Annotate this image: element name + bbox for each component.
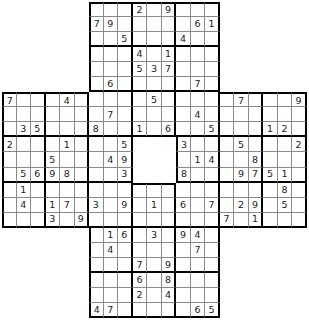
cell-r18-c6[interactable] <box>89 273 104 288</box>
cell-r9-c4-given-1[interactable]: 1 <box>60 137 75 152</box>
cell-r5-c14[interactable] <box>205 77 220 92</box>
cell-r14-c3-given-3[interactable]: 3 <box>46 213 61 228</box>
cell-r19-c9-given-2[interactable]: 2 <box>133 288 148 303</box>
cell-r20-c8[interactable] <box>118 303 133 318</box>
cell-r1-c7-given-9[interactable]: 9 <box>104 17 119 32</box>
cell-r0-c8[interactable] <box>118 2 133 17</box>
cell-r13-c14-given-7[interactable]: 7 <box>205 198 220 213</box>
cell-r6-c7[interactable] <box>104 92 119 107</box>
cell-r1-c8[interactable] <box>118 17 133 32</box>
cell-r12-c19-given-8[interactable]: 8 <box>278 183 293 198</box>
cell-r12-c8[interactable] <box>118 183 133 198</box>
cell-r11-c14[interactable] <box>205 168 220 183</box>
cell-r7-c17[interactable] <box>249 107 264 122</box>
cell-r9-c16-given-5[interactable]: 5 <box>234 137 249 152</box>
cell-r5-c8[interactable] <box>118 77 133 92</box>
cell-r10-c5[interactable] <box>75 152 90 167</box>
cell-r10-c20[interactable] <box>292 152 307 167</box>
cell-r11-c7[interactable] <box>104 168 119 183</box>
cell-r6-c12[interactable] <box>176 92 191 107</box>
center-hole-cell <box>133 137 148 152</box>
cell-r6-c8[interactable] <box>118 92 133 107</box>
cell-r0-c10[interactable] <box>147 2 162 17</box>
cell-r8-c19-given-2[interactable]: 2 <box>278 122 293 137</box>
cell-r6-c11[interactable] <box>162 92 177 107</box>
cell-r0-c9-given-2[interactable]: 2 <box>133 2 148 17</box>
cell-r8-c17[interactable] <box>249 122 264 137</box>
cell-r8-c4[interactable] <box>60 122 75 137</box>
cell-r12-c10[interactable] <box>147 183 162 198</box>
cell-r9-c19[interactable] <box>278 137 293 152</box>
cell-r9-c0-given-2[interactable]: 2 <box>2 137 17 152</box>
cell-r16-c8[interactable] <box>118 243 133 258</box>
cell-r11-c8-given-3[interactable]: 3 <box>118 168 133 183</box>
cell-r1-c9[interactable] <box>133 17 148 32</box>
cell-r4-c6[interactable] <box>89 62 104 77</box>
cell-r14-c10[interactable] <box>147 213 162 228</box>
cell-r2-c12-given-4[interactable]: 4 <box>176 32 191 47</box>
cell-r11-c3-given-9[interactable]: 9 <box>46 168 61 183</box>
cell-r6-c5[interactable] <box>75 92 90 107</box>
cell-r16-c7-given-4[interactable]: 4 <box>104 243 119 258</box>
cell-r17-c6[interactable] <box>89 258 104 273</box>
cell-r15-c12-given-9[interactable]: 9 <box>176 228 191 243</box>
cell-r10-c19[interactable] <box>278 152 293 167</box>
cell-r0-c14[interactable] <box>205 2 220 17</box>
cell-r0-c6[interactable] <box>89 2 104 17</box>
cell-r8-c1-given-3[interactable]: 3 <box>17 122 32 137</box>
cell-r2-c9[interactable] <box>133 32 148 47</box>
cell-r17-c7[interactable] <box>104 258 119 273</box>
cell-r4-c7[interactable] <box>104 62 119 77</box>
cell-r10-c6[interactable] <box>89 152 104 167</box>
cell-r11-c15[interactable] <box>220 168 235 183</box>
cell-r11-c18-given-5[interactable]: 5 <box>263 168 278 183</box>
cell-r10-c1[interactable] <box>17 152 32 167</box>
center-hole-cell <box>147 168 162 183</box>
cell-r12-c20[interactable] <box>292 183 307 198</box>
center-hole-cell <box>162 168 177 183</box>
cell-r6-c14[interactable] <box>205 92 220 107</box>
cell-r18-c10[interactable] <box>147 273 162 288</box>
cell-r20-c13-given-6[interactable]: 6 <box>191 303 206 318</box>
cell-r15-c7-given-1[interactable]: 1 <box>104 228 119 243</box>
cell-r17-c11-given-9[interactable]: 9 <box>162 258 177 273</box>
cell-r2-c6[interactable] <box>89 32 104 47</box>
cell-r9-c13[interactable] <box>191 137 206 152</box>
cell-r8-c10[interactable] <box>147 122 162 137</box>
cell-r8-c11-given-6[interactable]: 6 <box>162 122 177 137</box>
cell-r16-c13-given-7[interactable]: 7 <box>191 243 206 258</box>
cell-r8-c2-given-5[interactable]: 5 <box>31 122 46 137</box>
cell-r12-c13[interactable] <box>191 183 206 198</box>
cell-r9-c3[interactable] <box>46 137 61 152</box>
cell-r3-c10[interactable] <box>147 47 162 62</box>
cell-r11-c6[interactable] <box>89 168 104 183</box>
center-hole-cell <box>133 168 148 183</box>
cell-r18-c14[interactable] <box>205 273 220 288</box>
cell-r13-c7[interactable] <box>104 198 119 213</box>
cell-r12-c5[interactable] <box>75 183 90 198</box>
cell-r6-c17[interactable] <box>249 92 264 107</box>
cell-r14-c8[interactable] <box>118 213 133 228</box>
cell-r4-c11-given-7[interactable]: 7 <box>162 62 177 77</box>
cell-r15-c6[interactable] <box>89 228 104 243</box>
cell-r12-c0[interactable] <box>2 183 17 198</box>
cell-r9-c2[interactable] <box>31 137 46 152</box>
cell-r10-c3-given-5[interactable]: 5 <box>46 152 61 167</box>
cell-r13-c15[interactable] <box>220 198 235 213</box>
cell-r7-c15[interactable] <box>220 107 235 122</box>
cell-r7-c14[interactable] <box>205 107 220 122</box>
cell-r5-c9[interactable] <box>133 77 148 92</box>
cell-r0-c7[interactable] <box>104 2 119 17</box>
cell-r14-c16[interactable] <box>234 213 249 228</box>
cell-r8-c5[interactable] <box>75 122 90 137</box>
cell-r18-c7[interactable] <box>104 273 119 288</box>
cell-r17-c13[interactable] <box>191 258 206 273</box>
cell-r7-c9[interactable] <box>133 107 148 122</box>
cell-r15-c11[interactable] <box>162 228 177 243</box>
cell-r13-c18[interactable] <box>263 198 278 213</box>
cell-r3-c13[interactable] <box>191 47 206 62</box>
cell-r17-c9-given-7[interactable]: 7 <box>133 258 148 273</box>
cell-r18-c9-given-6[interactable]: 6 <box>133 273 148 288</box>
cell-r10-c18[interactable] <box>263 152 278 167</box>
cell-r6-c16-given-7[interactable]: 7 <box>234 92 249 107</box>
cell-r1-c11[interactable] <box>162 17 177 32</box>
cell-r14-c9[interactable] <box>133 213 148 228</box>
cell-r1-c13-given-6[interactable]: 6 <box>191 17 206 32</box>
cell-r6-c9[interactable] <box>133 92 148 107</box>
cell-r18-c13[interactable] <box>191 273 206 288</box>
cell-r12-c7[interactable] <box>104 183 119 198</box>
cell-r12-c15[interactable] <box>220 183 235 198</box>
cell-r3-c7[interactable] <box>104 47 119 62</box>
cell-r18-c11-given-8[interactable]: 8 <box>162 273 177 288</box>
cell-r2-c7[interactable] <box>104 32 119 47</box>
cell-r6-c6[interactable] <box>89 92 104 107</box>
cell-r5-c6[interactable] <box>89 77 104 92</box>
cell-r19-c7[interactable] <box>104 288 119 303</box>
cell-r12-c11[interactable] <box>162 183 177 198</box>
cell-r19-c8[interactable] <box>118 288 133 303</box>
cell-r4-c8[interactable] <box>118 62 133 77</box>
cell-r5-c7-given-6[interactable]: 6 <box>104 77 119 92</box>
cell-r10-c2[interactable] <box>31 152 46 167</box>
cell-r6-c19[interactable] <box>278 92 293 107</box>
cell-r1-c6-given-7[interactable]: 7 <box>89 17 104 32</box>
cell-r11-c12-given-8[interactable]: 8 <box>176 168 191 183</box>
cell-r4-c9-given-5[interactable]: 5 <box>133 62 148 77</box>
cell-r6-c10-given-5[interactable]: 5 <box>147 92 162 107</box>
cell-r6-c20-given-9[interactable]: 9 <box>292 92 307 107</box>
cell-r12-c14[interactable] <box>205 183 220 198</box>
cell-r4-c10-given-3[interactable]: 3 <box>147 62 162 77</box>
cell-r13-c1-given-4[interactable]: 4 <box>17 198 32 213</box>
cell-r14-c0[interactable] <box>2 213 17 228</box>
cell-r6-c3[interactable] <box>46 92 61 107</box>
cell-r16-c10[interactable] <box>147 243 162 258</box>
cell-r5-c13-given-7[interactable]: 7 <box>191 77 206 92</box>
cell-r10-c15[interactable] <box>220 152 235 167</box>
cell-r11-c19-given-1[interactable]: 1 <box>278 168 293 183</box>
cell-r16-c11[interactable] <box>162 243 177 258</box>
center-hole-cell <box>162 152 177 167</box>
cell-r5-c11[interactable] <box>162 77 177 92</box>
cell-r13-c19-given-5[interactable]: 5 <box>278 198 293 213</box>
cell-r6-c2[interactable] <box>31 92 46 107</box>
cell-r5-c12[interactable] <box>176 77 191 92</box>
cell-r1-c10[interactable] <box>147 17 162 32</box>
cell-r9-c1[interactable] <box>17 137 32 152</box>
cell-r7-c16[interactable] <box>234 107 249 122</box>
cell-r15-c10-given-3[interactable]: 3 <box>147 228 162 243</box>
cell-r20-c14-given-5[interactable]: 5 <box>205 303 220 318</box>
cell-r8-c0[interactable] <box>2 122 17 137</box>
cell-r7-c13-given-4[interactable]: 4 <box>191 107 206 122</box>
cell-r4-c14[interactable] <box>205 62 220 77</box>
cell-r9-c6[interactable] <box>89 137 104 152</box>
cell-r7-c11[interactable] <box>162 107 177 122</box>
cell-r8-c3[interactable] <box>46 122 61 137</box>
cell-r9-c14[interactable] <box>205 137 220 152</box>
cell-r4-c12[interactable] <box>176 62 191 77</box>
cell-r9-c8-given-5[interactable]: 5 <box>118 137 133 152</box>
cell-r8-c15[interactable] <box>220 122 235 137</box>
cell-r20-c6-given-4[interactable]: 4 <box>89 303 104 318</box>
cell-r6-c0-given-7[interactable]: 7 <box>2 92 17 107</box>
cell-r8-c18-given-1[interactable]: 1 <box>263 122 278 137</box>
cell-r13-c3-given-1[interactable]: 1 <box>46 198 61 213</box>
cell-r12-c9[interactable] <box>133 183 148 198</box>
cell-r14-c14[interactable] <box>205 213 220 228</box>
cell-r15-c8-given-6[interactable]: 6 <box>118 228 133 243</box>
cell-r17-c10[interactable] <box>147 258 162 273</box>
cell-r14-c4[interactable] <box>60 213 75 228</box>
cell-r6-c13[interactable] <box>191 92 206 107</box>
cell-r11-c2-given-6[interactable]: 6 <box>31 168 46 183</box>
cell-r8-c7[interactable] <box>104 122 119 137</box>
cell-r10-c16[interactable] <box>234 152 249 167</box>
cell-r11-c5[interactable] <box>75 168 90 183</box>
cell-r8-c16[interactable] <box>234 122 249 137</box>
cell-r11-c16-given-9[interactable]: 9 <box>234 168 249 183</box>
cell-r5-c10[interactable] <box>147 77 162 92</box>
cell-r14-c18[interactable] <box>263 213 278 228</box>
cell-r19-c11-given-4[interactable]: 4 <box>162 288 177 303</box>
cell-r16-c14[interactable] <box>205 243 220 258</box>
cell-r3-c9-given-4[interactable]: 4 <box>133 47 148 62</box>
cell-r7-c18[interactable] <box>263 107 278 122</box>
cell-r8-c12[interactable] <box>176 122 191 137</box>
cell-r17-c8[interactable] <box>118 258 133 273</box>
cell-r13-c2[interactable] <box>31 198 46 213</box>
cell-r10-c7-given-4[interactable]: 4 <box>104 152 119 167</box>
cell-r10-c14-given-4[interactable]: 4 <box>205 152 220 167</box>
cell-r14-c19[interactable] <box>278 213 293 228</box>
cell-r11-c17-given-7[interactable]: 7 <box>249 168 264 183</box>
cell-r13-c5[interactable] <box>75 198 90 213</box>
cell-r7-c4[interactable] <box>60 107 75 122</box>
cell-r12-c1-given-1[interactable]: 1 <box>17 183 32 198</box>
cell-r14-c15-given-7[interactable]: 7 <box>220 213 235 228</box>
cell-r14-c5-given-9[interactable]: 9 <box>75 213 90 228</box>
cell-r17-c14[interactable] <box>205 258 220 273</box>
cell-r20-c11[interactable] <box>162 303 177 318</box>
cell-r1-c12[interactable] <box>176 17 191 32</box>
cell-r19-c10[interactable] <box>147 288 162 303</box>
cell-r15-c9[interactable] <box>133 228 148 243</box>
cell-r13-c20[interactable] <box>292 198 307 213</box>
cell-r12-c6[interactable] <box>89 183 104 198</box>
cell-r0-c12[interactable] <box>176 2 191 17</box>
center-hole-cell <box>147 137 162 152</box>
cell-r12-c17[interactable] <box>249 183 264 198</box>
cell-r1-c14-given-1[interactable]: 1 <box>205 17 220 32</box>
cell-r20-c7-given-7[interactable]: 7 <box>104 303 119 318</box>
cell-r14-c11[interactable] <box>162 213 177 228</box>
cell-r9-c20-given-2[interactable]: 2 <box>292 137 307 152</box>
cell-r19-c14[interactable] <box>205 288 220 303</box>
cell-r7-c3[interactable] <box>46 107 61 122</box>
cell-r6-c18[interactable] <box>263 92 278 107</box>
cell-r7-c8[interactable] <box>118 107 133 122</box>
cell-r9-c7[interactable] <box>104 137 119 152</box>
cell-r12-c18[interactable] <box>263 183 278 198</box>
cell-r19-c13[interactable] <box>191 288 206 303</box>
cell-r2-c11[interactable] <box>162 32 177 47</box>
cell-r17-c12[interactable] <box>176 258 191 273</box>
cell-r14-c2[interactable] <box>31 213 46 228</box>
cell-r2-c13[interactable] <box>191 32 206 47</box>
cell-r14-c17-given-1[interactable]: 1 <box>249 213 264 228</box>
cell-r11-c1-given-5[interactable]: 5 <box>17 168 32 183</box>
cell-r7-c19[interactable] <box>278 107 293 122</box>
cell-r2-c10[interactable] <box>147 32 162 47</box>
cell-r14-c6[interactable] <box>89 213 104 228</box>
cell-r11-c20[interactable] <box>292 168 307 183</box>
cell-r0-c11-given-9[interactable]: 9 <box>162 2 177 17</box>
cell-r2-c8-given-5[interactable]: 5 <box>118 32 133 47</box>
cell-r7-c1[interactable] <box>17 107 32 122</box>
cell-r7-c20[interactable] <box>292 107 307 122</box>
cell-r7-c5[interactable] <box>75 107 90 122</box>
cell-r13-c4-given-7[interactable]: 7 <box>60 198 75 213</box>
cell-r11-c0[interactable] <box>2 168 17 183</box>
cell-r7-c0[interactable] <box>2 107 17 122</box>
cell-r13-c16-given-2[interactable]: 2 <box>234 198 249 213</box>
cell-r19-c12[interactable] <box>176 288 191 303</box>
cell-r11-c13[interactable] <box>191 168 206 183</box>
cell-r16-c9[interactable] <box>133 243 148 258</box>
cell-r6-c15[interactable] <box>220 92 235 107</box>
cell-r16-c6[interactable] <box>89 243 104 258</box>
cell-r11-c4-given-8[interactable]: 8 <box>60 168 75 183</box>
cell-r10-c17-given-8[interactable]: 8 <box>249 152 264 167</box>
cell-r20-c9[interactable] <box>133 303 148 318</box>
cell-r13-c10-given-1[interactable]: 1 <box>147 198 162 213</box>
cell-r10-c13-given-1[interactable]: 1 <box>191 152 206 167</box>
cell-r14-c20[interactable] <box>292 213 307 228</box>
center-hole-cell <box>147 152 162 167</box>
cell-r9-c17[interactable] <box>249 137 264 152</box>
cell-r8-c14-given-5[interactable]: 5 <box>205 122 220 137</box>
cell-r7-c12[interactable] <box>176 107 191 122</box>
cell-r12-c3[interactable] <box>46 183 61 198</box>
cell-r7-c7-given-7[interactable]: 7 <box>104 107 119 122</box>
cell-r20-c12[interactable] <box>176 303 191 318</box>
cell-r19-c6[interactable] <box>89 288 104 303</box>
cell-r3-c8[interactable] <box>118 47 133 62</box>
cell-r20-c10[interactable] <box>147 303 162 318</box>
cell-r16-c12[interactable] <box>176 243 191 258</box>
cell-r8-c9-given-1[interactable]: 1 <box>133 122 148 137</box>
cell-r7-c6[interactable] <box>89 107 104 122</box>
cell-r9-c5[interactable] <box>75 137 90 152</box>
cell-r14-c13[interactable] <box>191 213 206 228</box>
cell-r15-c14[interactable] <box>205 228 220 243</box>
cell-r10-c8-given-9[interactable]: 9 <box>118 152 133 167</box>
cell-r13-c17-given-9[interactable]: 9 <box>249 198 264 213</box>
cell-r7-c10[interactable] <box>147 107 162 122</box>
cell-r13-c11[interactable] <box>162 198 177 213</box>
cell-r10-c0[interactable] <box>2 152 17 167</box>
cell-r12-c16[interactable] <box>234 183 249 198</box>
cell-r3-c11-given-1[interactable]: 1 <box>162 47 177 62</box>
cell-r12-c4[interactable] <box>60 183 75 198</box>
cell-r18-c12[interactable] <box>176 273 191 288</box>
cell-r13-c13[interactable] <box>191 198 206 213</box>
sohei-sudoku-board: 2979615441537677457974358165122153525491… <box>2 2 309 318</box>
cell-r8-c13[interactable] <box>191 122 206 137</box>
cell-r8-c8[interactable] <box>118 122 133 137</box>
cell-r13-c9[interactable] <box>133 198 148 213</box>
cell-r10-c4[interactable] <box>60 152 75 167</box>
cell-r13-c6-given-3[interactable]: 3 <box>89 198 104 213</box>
cell-r13-c0[interactable] <box>2 198 17 213</box>
cell-r14-c12[interactable] <box>176 213 191 228</box>
cell-r13-c12-given-6[interactable]: 6 <box>176 198 191 213</box>
cell-r4-c13[interactable] <box>191 62 206 77</box>
cell-r13-c8-given-9[interactable]: 9 <box>118 198 133 213</box>
center-hole-cell <box>133 152 148 167</box>
cell-r8-c20[interactable] <box>292 122 307 137</box>
cell-r8-c6-given-8[interactable]: 8 <box>89 122 104 137</box>
cell-r9-c18[interactable] <box>263 137 278 152</box>
center-hole-cell <box>162 137 177 152</box>
cell-r10-c12[interactable] <box>176 152 191 167</box>
cell-r3-c14[interactable] <box>205 47 220 62</box>
cell-r12-c2[interactable] <box>31 183 46 198</box>
cell-r6-c4-given-4[interactable]: 4 <box>60 92 75 107</box>
cell-r14-c7[interactable] <box>104 213 119 228</box>
cell-r18-c8[interactable] <box>118 273 133 288</box>
cell-r6-c1[interactable] <box>17 92 32 107</box>
cell-r2-c14[interactable] <box>205 32 220 47</box>
cell-r14-c1[interactable] <box>17 213 32 228</box>
cell-r9-c15[interactable] <box>220 137 235 152</box>
cell-r7-c2[interactable] <box>31 107 46 122</box>
cell-r12-c12[interactable] <box>176 183 191 198</box>
cell-r15-c13-given-4[interactable]: 4 <box>191 228 206 243</box>
cell-r0-c13[interactable] <box>191 2 206 17</box>
cell-r3-c12[interactable] <box>176 47 191 62</box>
cell-r9-c12-given-3[interactable]: 3 <box>176 137 191 152</box>
cell-r3-c6[interactable] <box>89 47 104 62</box>
